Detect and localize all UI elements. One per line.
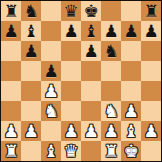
piece-black-pawn-d7[interactable]: ♟ xyxy=(63,21,78,41)
piece-black-rook-a8[interactable]: ♜ xyxy=(3,1,18,21)
square-g7[interactable]: ♟ xyxy=(121,21,141,41)
piece-white-knight-f3[interactable]: ♞ xyxy=(103,101,118,121)
piece-black-knight-b8[interactable]: ♞ xyxy=(23,1,38,21)
square-c2[interactable] xyxy=(41,121,61,141)
square-g8[interactable] xyxy=(121,1,141,21)
square-f1[interactable]: ♜ xyxy=(101,141,121,161)
piece-white-queen-d1[interactable]: ♛ xyxy=(63,141,78,161)
square-h1[interactable] xyxy=(141,141,161,161)
square-e4[interactable] xyxy=(81,81,101,101)
square-h5[interactable] xyxy=(141,61,161,81)
square-g2[interactable]: ♝ xyxy=(121,121,141,141)
square-f7[interactable]: ♟ xyxy=(101,21,121,41)
square-b1[interactable] xyxy=(21,141,41,161)
piece-white-pawn-g3[interactable]: ♟ xyxy=(123,101,138,121)
square-a7[interactable]: ♟ xyxy=(1,21,21,41)
square-d5[interactable] xyxy=(61,61,81,81)
square-g1[interactable]: ♚ xyxy=(121,141,141,161)
square-a8[interactable]: ♜ xyxy=(1,1,21,21)
square-d6[interactable] xyxy=(61,41,81,61)
square-c5[interactable]: ♟ xyxy=(41,61,61,81)
square-h8[interactable]: ♜ xyxy=(141,1,161,21)
piece-white-rook-f1[interactable]: ♜ xyxy=(103,141,118,161)
square-f3[interactable]: ♞ xyxy=(101,101,121,121)
piece-black-bishop-b7[interactable]: ♝ xyxy=(23,21,38,41)
square-b6[interactable]: ♟ xyxy=(21,41,41,61)
square-g6[interactable] xyxy=(121,41,141,61)
square-h4[interactable] xyxy=(141,81,161,101)
square-f4[interactable] xyxy=(101,81,121,101)
square-b5[interactable] xyxy=(21,61,41,81)
square-c3[interactable]: ♞ xyxy=(41,101,61,121)
piece-black-queen-d8[interactable]: ♛ xyxy=(63,1,78,21)
square-a4[interactable] xyxy=(1,81,21,101)
piece-black-knight-f6[interactable]: ♞ xyxy=(103,41,118,61)
square-a6[interactable] xyxy=(1,41,21,61)
piece-white-pawn-f2[interactable]: ♟ xyxy=(103,121,118,141)
piece-white-bishop-c1[interactable]: ♝ xyxy=(43,141,58,161)
piece-black-pawn-a7[interactable]: ♟ xyxy=(3,21,18,41)
square-a2[interactable]: ♟ xyxy=(1,121,21,141)
square-a1[interactable]: ♜ xyxy=(1,141,21,161)
square-b4[interactable] xyxy=(21,81,41,101)
square-e3[interactable] xyxy=(81,101,101,121)
piece-white-pawn-h2[interactable]: ♟ xyxy=(143,121,158,141)
square-d3[interactable] xyxy=(61,101,81,121)
square-b7[interactable]: ♝ xyxy=(21,21,41,41)
piece-black-pawn-f7[interactable]: ♟ xyxy=(103,21,118,41)
piece-black-bishop-e7[interactable]: ♝ xyxy=(83,21,98,41)
square-h3[interactable] xyxy=(141,101,161,121)
square-e5[interactable] xyxy=(81,61,101,81)
square-h7[interactable]: ♟ xyxy=(141,21,161,41)
square-f8[interactable] xyxy=(101,1,121,21)
square-e7[interactable]: ♝ xyxy=(81,21,101,41)
square-e6[interactable]: ♟ xyxy=(81,41,101,61)
piece-white-pawn-d2[interactable]: ♟ xyxy=(63,121,78,141)
piece-white-rook-a1[interactable]: ♜ xyxy=(3,141,18,161)
piece-white-pawn-e2[interactable]: ♟ xyxy=(83,121,98,141)
square-b8[interactable]: ♞ xyxy=(21,1,41,21)
square-h2[interactable]: ♟ xyxy=(141,121,161,141)
piece-black-rook-h8[interactable]: ♜ xyxy=(143,1,158,21)
piece-black-pawn-e6[interactable]: ♟ xyxy=(83,41,98,61)
square-e8[interactable]: ♚ xyxy=(81,1,101,21)
piece-white-knight-c3[interactable]: ♞ xyxy=(43,101,58,121)
square-c6[interactable] xyxy=(41,41,61,61)
square-b3[interactable] xyxy=(21,101,41,121)
square-g4[interactable] xyxy=(121,81,141,101)
square-c7[interactable] xyxy=(41,21,61,41)
square-e2[interactable]: ♟ xyxy=(81,121,101,141)
square-e1[interactable] xyxy=(81,141,101,161)
square-d7[interactable]: ♟ xyxy=(61,21,81,41)
square-d8[interactable]: ♛ xyxy=(61,1,81,21)
piece-black-pawn-c5[interactable]: ♟ xyxy=(43,61,58,81)
square-f6[interactable]: ♞ xyxy=(101,41,121,61)
square-f5[interactable] xyxy=(101,61,121,81)
piece-black-pawn-b6[interactable]: ♟ xyxy=(23,41,38,61)
piece-white-pawn-b2[interactable]: ♟ xyxy=(23,121,38,141)
square-d2[interactable]: ♟ xyxy=(61,121,81,141)
square-a3[interactable] xyxy=(1,101,21,121)
square-c8[interactable] xyxy=(41,1,61,21)
square-c1[interactable]: ♝ xyxy=(41,141,61,161)
piece-white-pawn-a2[interactable]: ♟ xyxy=(3,121,18,141)
square-b2[interactable]: ♟ xyxy=(21,121,41,141)
square-c4[interactable]: ♟ xyxy=(41,81,61,101)
square-g5[interactable] xyxy=(121,61,141,81)
square-d1[interactable]: ♛ xyxy=(61,141,81,161)
chess-board: ♜♞♛♚♜♟♝♟♝♟♟♟♟♟♞♟♟♞♞♟♟♟♟♟♟♝♟♜♝♛♜♚ xyxy=(0,0,162,162)
piece-white-king-g1[interactable]: ♚ xyxy=(123,141,138,161)
square-g3[interactable]: ♟ xyxy=(121,101,141,121)
piece-black-king-e8[interactable]: ♚ xyxy=(83,1,98,21)
piece-white-pawn-c4[interactable]: ♟ xyxy=(43,81,58,101)
piece-black-pawn-g7[interactable]: ♟ xyxy=(123,21,138,41)
square-f2[interactable]: ♟ xyxy=(101,121,121,141)
square-h6[interactable] xyxy=(141,41,161,61)
square-d4[interactable] xyxy=(61,81,81,101)
piece-white-bishop-g2[interactable]: ♝ xyxy=(123,121,138,141)
piece-black-pawn-h7[interactable]: ♟ xyxy=(143,21,158,41)
square-a5[interactable] xyxy=(1,61,21,81)
